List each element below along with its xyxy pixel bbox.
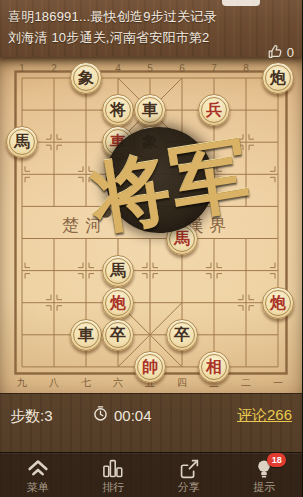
piece-black-general[interactable]: 将 [102, 94, 134, 126]
bottom-panel: 步数:3 00:04 评论266 菜单排行分享18提示 [0, 393, 302, 497]
steps-counter: 步数:3 [10, 407, 53, 426]
piece-black-horse[interactable]: 馬 [102, 255, 134, 287]
nav-item-排行[interactable]: 排行 [76, 453, 152, 497]
piece-black-horse[interactable]: 馬 [6, 126, 38, 158]
nav-item-分享[interactable]: 分享 [151, 453, 227, 497]
status-bar: 步数:3 00:04 评论266 [0, 394, 302, 453]
nav-item-label: 分享 [178, 480, 200, 495]
nav-item-label: 排行 [102, 480, 124, 495]
piece-red-horse[interactable]: 馬 [166, 223, 198, 255]
share-icon [176, 456, 202, 482]
piece-black-chariot[interactable]: 車 [70, 319, 102, 351]
piece-black-elephant[interactable]: 象 [134, 126, 166, 158]
piece-red-chariot[interactable]: 車 [102, 126, 134, 158]
like-button[interactable]: 0 [267, 44, 294, 60]
nav-item-label: 菜单 [27, 480, 49, 495]
piece-red-cannon[interactable]: 炮 [102, 287, 134, 319]
hint-bulb-icon: 18 [251, 456, 277, 482]
piece-red-general[interactable]: 帥 [134, 351, 166, 383]
comments-link[interactable]: 评论266 [237, 406, 292, 425]
piece-black-elephant[interactable]: 象 [70, 62, 102, 94]
piece-red-cannon[interactable]: 炮 [262, 287, 294, 319]
record-line-1: 喜明186991...最快创造9步过关记录 [8, 8, 217, 26]
notification-pill [222, 0, 260, 6]
like-count: 0 [287, 45, 294, 60]
piece-black-soldier[interactable]: 卒 [166, 319, 198, 351]
piece-black-chariot[interactable]: 車 [134, 94, 166, 126]
record-banner: 喜明186991...最快创造9步过关记录 刘海清 10步通关,河南省安阳市第2 [0, 0, 302, 57]
record-line-2: 刘海清 10步通关,河南省安阳市第2 [8, 29, 210, 47]
bottom-nav: 菜单排行分享18提示 [0, 452, 302, 497]
piece-red-elephant[interactable]: 相 [198, 351, 230, 383]
piece-black-cannon[interactable]: 炮 [262, 62, 294, 94]
nav-item-提示[interactable]: 18提示 [227, 453, 303, 497]
piece-black-soldier[interactable]: 卒 [102, 319, 134, 351]
timer: 00:04 [92, 405, 152, 425]
thumbs-up-icon [267, 44, 283, 60]
clock-icon [92, 405, 109, 425]
hint-count-badge: 18 [267, 453, 286, 467]
timer-value: 00:04 [114, 407, 152, 424]
nav-item-菜单[interactable]: 菜单 [0, 453, 76, 497]
app-screen: 喜明186991...最快创造9步过关记录 刘海清 10步通关,河南省安阳市第2… [0, 0, 302, 497]
xiangqi-board[interactable]: 楚河 漢界 123456789 九八七六五四三二一 象炮将車兵馬車象馬馬炮炮車卒… [0, 57, 302, 393]
pieces-layer: 象炮将車兵馬車象馬馬炮炮車卒卒帥相 [6, 62, 294, 383]
menu-chevrons-icon [25, 456, 51, 482]
nav-item-label: 提示 [253, 480, 275, 495]
ranking-bars-icon [100, 456, 126, 482]
piece-red-soldier[interactable]: 兵 [198, 94, 230, 126]
